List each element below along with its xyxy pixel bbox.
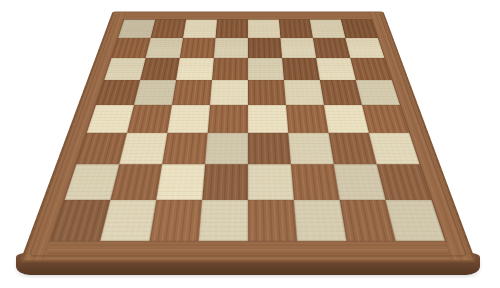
square-h7[interactable] <box>345 37 384 57</box>
square-e4[interactable] <box>248 105 288 133</box>
square-b8[interactable] <box>151 19 186 37</box>
square-a4[interactable] <box>87 105 134 133</box>
square-e7[interactable] <box>248 37 282 57</box>
square-a6[interactable] <box>104 57 145 79</box>
photo-background <box>0 0 500 288</box>
square-c4[interactable] <box>167 105 210 133</box>
square-e5[interactable] <box>248 80 286 105</box>
square-e8[interactable] <box>248 19 280 37</box>
square-e1[interactable] <box>248 199 297 240</box>
square-c7[interactable] <box>180 37 216 57</box>
square-d2[interactable] <box>202 164 248 200</box>
square-d7[interactable] <box>214 37 248 57</box>
square-c5[interactable] <box>172 80 212 105</box>
square-f6[interactable] <box>282 57 320 79</box>
square-f3[interactable] <box>288 132 333 163</box>
square-f1[interactable] <box>294 199 347 240</box>
square-b7[interactable] <box>146 37 183 57</box>
chessboard <box>20 11 477 262</box>
square-g6[interactable] <box>316 57 356 79</box>
square-c2[interactable] <box>156 164 205 200</box>
square-f5[interactable] <box>284 80 324 105</box>
square-d1[interactable] <box>199 199 248 240</box>
square-e2[interactable] <box>248 164 294 200</box>
square-c8[interactable] <box>183 19 217 37</box>
square-e3[interactable] <box>248 132 291 163</box>
square-c1[interactable] <box>150 199 203 240</box>
square-g8[interactable] <box>310 19 345 37</box>
square-a5[interactable] <box>96 80 140 105</box>
square-d8[interactable] <box>216 19 248 37</box>
square-g7[interactable] <box>313 37 350 57</box>
square-e6[interactable] <box>248 57 284 79</box>
square-d5[interactable] <box>210 80 248 105</box>
square-a7[interactable] <box>112 37 151 57</box>
square-a8[interactable] <box>118 19 155 37</box>
square-f8[interactable] <box>279 19 313 37</box>
square-b3[interactable] <box>119 132 167 163</box>
square-h6[interactable] <box>350 57 391 79</box>
square-f4[interactable] <box>286 105 329 133</box>
square-b4[interactable] <box>127 105 172 133</box>
square-b5[interactable] <box>134 80 176 105</box>
board-perspective-wrap <box>78 0 418 275</box>
square-d4[interactable] <box>208 105 248 133</box>
square-c6[interactable] <box>176 57 214 79</box>
square-b6[interactable] <box>140 57 180 79</box>
square-b1[interactable] <box>100 199 156 240</box>
square-d6[interactable] <box>212 57 248 79</box>
square-h8[interactable] <box>341 19 378 37</box>
square-f7[interactable] <box>280 37 316 57</box>
square-d3[interactable] <box>205 132 248 163</box>
square-c3[interactable] <box>162 132 207 163</box>
square-f2[interactable] <box>291 164 340 200</box>
square-b2[interactable] <box>110 164 162 200</box>
